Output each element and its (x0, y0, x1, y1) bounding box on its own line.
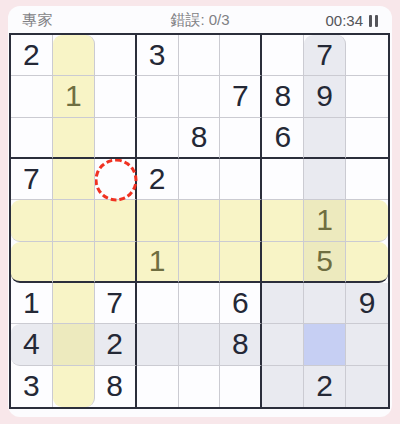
cell-r7c9[interactable]: 9 (346, 283, 388, 324)
cell-r5c5[interactable] (179, 200, 221, 241)
cell-r3c3[interactable] (95, 118, 137, 159)
cell-r8c3[interactable]: 2 (95, 324, 137, 365)
cell-r9c6[interactable] (220, 366, 262, 407)
cell-r4c9[interactable] (346, 159, 388, 200)
cell-r9c9[interactable] (346, 366, 388, 407)
cell-r3c4[interactable] (137, 118, 179, 159)
timer-value: 00:34 (325, 12, 363, 29)
cell-r3c6[interactable] (220, 118, 262, 159)
cell-r5c7[interactable] (262, 200, 304, 241)
cell-r6c4[interactable]: 1 (137, 242, 179, 283)
cell-r8c6[interactable]: 8 (220, 324, 262, 365)
cell-r8c1[interactable]: 4 (11, 324, 53, 365)
timer-area: 00:34 (325, 12, 378, 29)
cell-r5c9[interactable] (346, 200, 388, 241)
cell-r5c2[interactable] (53, 200, 95, 241)
cell-r7c8[interactable] (304, 283, 346, 324)
cell-r2c3[interactable] (95, 76, 137, 117)
cell-r3c7[interactable]: 6 (262, 118, 304, 159)
cell-r6c3[interactable] (95, 242, 137, 283)
cell-r9c7[interactable] (262, 366, 304, 407)
cell-r4c6[interactable] (220, 159, 262, 200)
cell-r9c3[interactable]: 8 (95, 366, 137, 407)
cell-r9c1[interactable]: 3 (11, 366, 53, 407)
cell-r2c1[interactable] (11, 76, 53, 117)
cell-r1c4[interactable]: 3 (137, 35, 179, 76)
sudoku-grid: 237178986721151769428382 (11, 35, 388, 407)
cell-r6c7[interactable] (262, 242, 304, 283)
cell-r1c5[interactable] (179, 35, 221, 76)
cell-r2c9[interactable] (346, 76, 388, 117)
cell-r7c1[interactable]: 1 (11, 283, 53, 324)
cell-r3c2[interactable] (53, 118, 95, 159)
cell-r4c4[interactable]: 2 (137, 159, 179, 200)
sudoku-board: 237178986721151769428382 (9, 33, 390, 409)
cell-r6c2[interactable] (53, 242, 95, 283)
top-bar: 專家 錯誤: 0/3 00:34 (8, 6, 392, 33)
cell-r4c5[interactable] (179, 159, 221, 200)
cell-r8c2[interactable] (53, 324, 95, 365)
cell-r2c6[interactable]: 7 (220, 76, 262, 117)
mistakes-counter: 錯誤: 0/3 (170, 11, 229, 30)
cell-r1c1[interactable]: 2 (11, 35, 53, 76)
cell-r9c8[interactable]: 2 (304, 366, 346, 407)
cell-r6c9[interactable] (346, 242, 388, 283)
cell-r1c3[interactable] (95, 35, 137, 76)
cell-r2c2[interactable]: 1 (53, 76, 95, 117)
cell-r6c1[interactable] (11, 242, 53, 283)
cell-r9c4[interactable] (137, 366, 179, 407)
cell-r7c7[interactable] (262, 283, 304, 324)
cell-r9c5[interactable] (179, 366, 221, 407)
cell-r4c2[interactable] (53, 159, 95, 200)
cell-r4c8[interactable] (304, 159, 346, 200)
cell-r7c3[interactable]: 7 (95, 283, 137, 324)
cell-r8c5[interactable] (179, 324, 221, 365)
cell-r2c4[interactable] (137, 76, 179, 117)
cell-r1c7[interactable] (262, 35, 304, 76)
cell-r6c6[interactable] (220, 242, 262, 283)
cell-r3c8[interactable] (304, 118, 346, 159)
cell-r1c8[interactable]: 7 (304, 35, 346, 76)
cell-r1c2[interactable] (53, 35, 95, 76)
cell-r5c3[interactable] (95, 200, 137, 241)
cell-r3c9[interactable] (346, 118, 388, 159)
game-card: 專家 錯誤: 0/3 00:34 23717898672115176942838… (8, 6, 392, 417)
cell-r1c9[interactable] (346, 35, 388, 76)
cell-r8c9[interactable] (346, 324, 388, 365)
cell-r1c6[interactable] (220, 35, 262, 76)
cell-r9c2[interactable] (53, 366, 95, 407)
cell-r5c1[interactable] (11, 200, 53, 241)
sudoku-app: 專家 錯誤: 0/3 00:34 23717898672115176942838… (0, 0, 400, 424)
cell-r3c1[interactable] (11, 118, 53, 159)
cell-r4c3[interactable] (95, 159, 137, 200)
cell-r7c6[interactable]: 6 (220, 283, 262, 324)
cell-r7c5[interactable] (179, 283, 221, 324)
cell-r2c8[interactable]: 9 (304, 76, 346, 117)
cell-r2c5[interactable] (179, 76, 221, 117)
cell-r8c8[interactable] (304, 324, 346, 365)
cell-r5c4[interactable] (137, 200, 179, 241)
cell-r7c4[interactable] (137, 283, 179, 324)
cell-r5c6[interactable] (220, 200, 262, 241)
cell-r5c8[interactable]: 1 (304, 200, 346, 241)
cell-r8c4[interactable] (137, 324, 179, 365)
pause-icon[interactable] (369, 15, 378, 27)
difficulty-label: 專家 (22, 11, 53, 30)
cell-r3c5[interactable]: 8 (179, 118, 221, 159)
cell-r2c7[interactable]: 8 (262, 76, 304, 117)
cell-r4c7[interactable] (262, 159, 304, 200)
cell-r6c5[interactable] (179, 242, 221, 283)
cell-r4c1[interactable]: 7 (11, 159, 53, 200)
cell-r8c7[interactable] (262, 324, 304, 365)
cell-r7c2[interactable] (53, 283, 95, 324)
cell-r6c8[interactable]: 5 (304, 242, 346, 283)
